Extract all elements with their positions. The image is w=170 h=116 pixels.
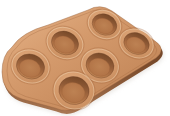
muffin-pan-illustration bbox=[0, 0, 170, 116]
muffin-pan-product-photo bbox=[0, 0, 170, 116]
